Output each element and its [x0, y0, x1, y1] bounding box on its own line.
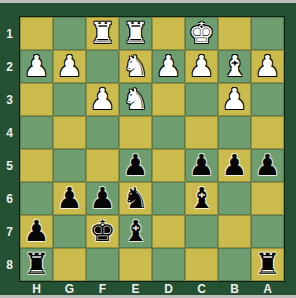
rank-label-4: 4 [0, 116, 19, 149]
square-h7[interactable]: ♟ [20, 215, 53, 248]
file-label-b: B [218, 283, 251, 295]
square-b3[interactable]: ♟ [218, 83, 251, 116]
window-top-edge [0, 0, 296, 3]
rank-label-6: 6 [0, 182, 19, 215]
square-e7[interactable]: ♝ [119, 215, 152, 248]
piece-black-pawn: ♟ [189, 149, 215, 182]
square-f5[interactable] [86, 149, 119, 182]
square-f8[interactable] [86, 248, 119, 281]
square-e8[interactable] [119, 248, 152, 281]
square-d8[interactable] [152, 248, 185, 281]
file-label-e: E [119, 283, 152, 295]
chess-board-window: 12345678 ♜♜♚♟♟♞♟♟♝♟♟♞♟♟♟♟♟♟♟♞♝♟♚♝♜♜ HGFE… [0, 0, 296, 298]
piece-black-bishop: ♝ [123, 215, 149, 248]
square-d3[interactable] [152, 83, 185, 116]
piece-black-pawn: ♟ [255, 149, 281, 182]
square-h2[interactable]: ♟ [20, 50, 53, 83]
piece-white-bishop: ♝ [222, 50, 248, 83]
square-d2[interactable]: ♟ [152, 50, 185, 83]
file-label-c: C [185, 283, 218, 295]
rank-label-7: 7 [0, 215, 19, 248]
square-a2[interactable]: ♟ [251, 50, 284, 83]
square-b2[interactable]: ♝ [218, 50, 251, 83]
piece-white-pawn: ♟ [57, 50, 83, 83]
piece-black-pawn: ♟ [222, 149, 248, 182]
square-h8[interactable]: ♜ [20, 248, 53, 281]
square-g7[interactable] [53, 215, 86, 248]
square-e5[interactable]: ♟ [119, 149, 152, 182]
square-g5[interactable] [53, 149, 86, 182]
square-h3[interactable] [20, 83, 53, 116]
square-f1[interactable]: ♜ [86, 17, 119, 50]
file-label-f: F [86, 283, 119, 295]
piece-black-pawn: ♟ [57, 182, 83, 215]
piece-white-knight: ♞ [123, 83, 149, 116]
square-b1[interactable] [218, 17, 251, 50]
square-e4[interactable] [119, 116, 152, 149]
piece-black-king: ♚ [90, 215, 116, 248]
file-label-h: H [20, 283, 53, 295]
square-f3[interactable]: ♟ [86, 83, 119, 116]
piece-black-pawn: ♟ [123, 149, 149, 182]
square-b8[interactable] [218, 248, 251, 281]
piece-white-pawn: ♟ [255, 50, 281, 83]
square-e1[interactable]: ♜ [119, 17, 152, 50]
square-g4[interactable] [53, 116, 86, 149]
square-a4[interactable] [251, 116, 284, 149]
piece-black-rook: ♜ [24, 248, 50, 281]
square-h6[interactable] [20, 182, 53, 215]
board-grid: ♜♜♚♟♟♞♟♟♝♟♟♞♟♟♟♟♟♟♟♞♝♟♚♝♜♜ [20, 17, 284, 281]
square-c6[interactable]: ♝ [185, 182, 218, 215]
square-h4[interactable] [20, 116, 53, 149]
square-g6[interactable]: ♟ [53, 182, 86, 215]
square-f4[interactable] [86, 116, 119, 149]
square-d7[interactable] [152, 215, 185, 248]
rank-label-5: 5 [0, 149, 19, 182]
file-label-a: A [251, 283, 284, 295]
square-g3[interactable] [53, 83, 86, 116]
square-b4[interactable] [218, 116, 251, 149]
rank-label-2: 2 [0, 50, 19, 83]
square-d5[interactable] [152, 149, 185, 182]
square-g2[interactable]: ♟ [53, 50, 86, 83]
square-e3[interactable]: ♞ [119, 83, 152, 116]
square-a6[interactable] [251, 182, 284, 215]
square-e6[interactable]: ♞ [119, 182, 152, 215]
piece-white-pawn: ♟ [189, 50, 215, 83]
square-b6[interactable] [218, 182, 251, 215]
board-frame: ♜♜♚♟♟♞♟♟♝♟♟♞♟♟♟♟♟♟♟♞♝♟♚♝♜♜ [19, 16, 285, 282]
square-c5[interactable]: ♟ [185, 149, 218, 182]
square-d1[interactable] [152, 17, 185, 50]
square-c7[interactable] [185, 215, 218, 248]
square-a1[interactable] [251, 17, 284, 50]
square-a5[interactable]: ♟ [251, 149, 284, 182]
square-f2[interactable] [86, 50, 119, 83]
piece-white-knight: ♞ [123, 50, 149, 83]
file-label-d: D [152, 283, 185, 295]
rank-label-8: 8 [0, 248, 19, 281]
square-c2[interactable]: ♟ [185, 50, 218, 83]
piece-black-pawn: ♟ [24, 215, 50, 248]
square-b7[interactable] [218, 215, 251, 248]
square-d4[interactable] [152, 116, 185, 149]
square-c3[interactable] [185, 83, 218, 116]
square-c8[interactable] [185, 248, 218, 281]
piece-white-pawn: ♟ [90, 83, 116, 116]
piece-black-bishop: ♝ [189, 182, 215, 215]
square-g8[interactable] [53, 248, 86, 281]
rank-labels: 12345678 [0, 17, 19, 281]
square-f7[interactable]: ♚ [86, 215, 119, 248]
square-a7[interactable] [251, 215, 284, 248]
square-h1[interactable] [20, 17, 53, 50]
piece-black-rook: ♜ [255, 248, 281, 281]
square-a3[interactable] [251, 83, 284, 116]
piece-white-pawn: ♟ [222, 83, 248, 116]
file-label-g: G [53, 283, 86, 295]
square-e2[interactable]: ♞ [119, 50, 152, 83]
square-d6[interactable] [152, 182, 185, 215]
piece-black-knight: ♞ [123, 182, 149, 215]
square-f6[interactable]: ♟ [86, 182, 119, 215]
square-c1[interactable]: ♚ [185, 17, 218, 50]
piece-white-king: ♚ [189, 17, 215, 50]
square-a8[interactable]: ♜ [251, 248, 284, 281]
rank-label-3: 3 [0, 83, 19, 116]
piece-white-pawn: ♟ [24, 50, 50, 83]
rank-label-1: 1 [0, 17, 19, 50]
piece-white-rook: ♜ [90, 17, 116, 50]
square-b5[interactable]: ♟ [218, 149, 251, 182]
piece-black-pawn: ♟ [90, 182, 116, 215]
square-g1[interactable] [53, 17, 86, 50]
piece-white-pawn: ♟ [156, 50, 182, 83]
square-h5[interactable] [20, 149, 53, 182]
square-c4[interactable] [185, 116, 218, 149]
piece-white-rook: ♜ [123, 17, 149, 50]
file-labels: HGFEDCBA [20, 283, 284, 295]
